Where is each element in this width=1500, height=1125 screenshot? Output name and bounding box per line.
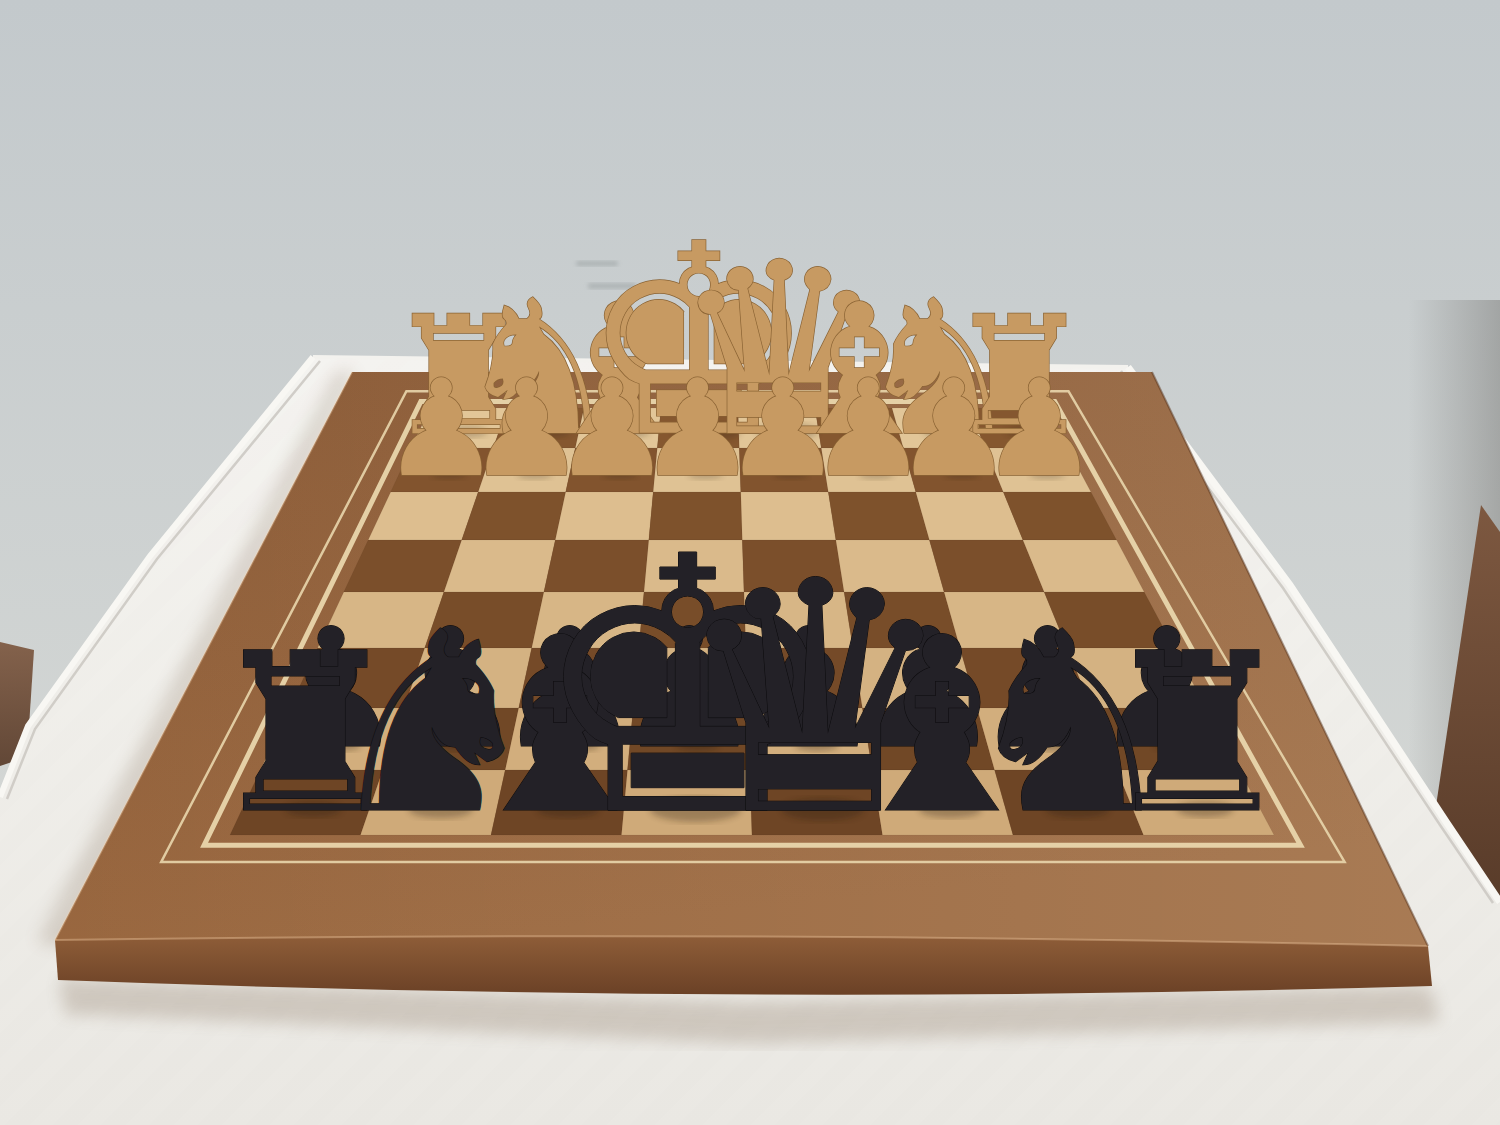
piece-white-pawn-a2[interactable]: ♟ <box>979 351 1099 507</box>
scene-svg: ♜♞♝♚♛♝♞♜♟♟♟♟♟♟♟♟♟♟♟♟♟♟♟♟♜♞♝♚♛♝♞♜ <box>0 0 1500 1125</box>
photo-scene: ♜♞♝♚♛♝♞♜♟♟♟♟♟♟♟♟♟♟♟♟♟♟♟♟♜♞♝♚♛♝♞♜ <box>0 0 1500 1125</box>
board-front-face <box>55 936 1432 995</box>
piece-black-rook-a8[interactable]: ♜ <box>1099 606 1296 862</box>
